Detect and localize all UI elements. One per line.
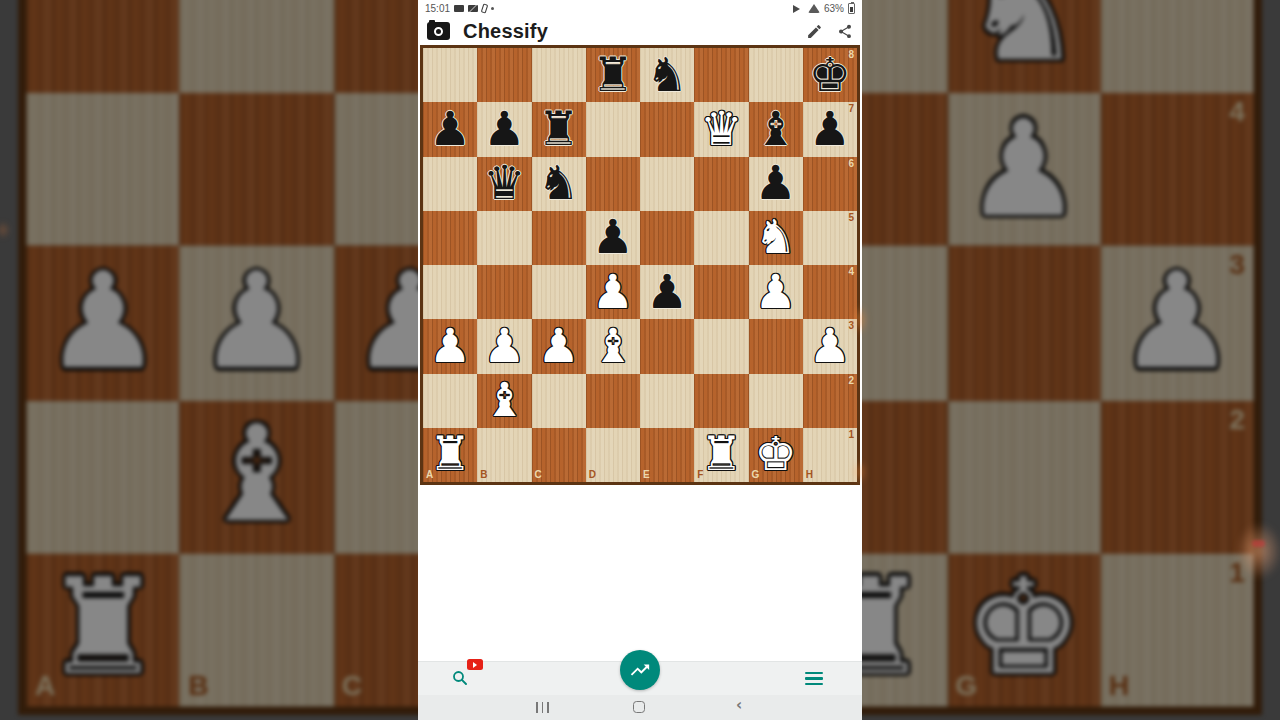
piece-white-p-a3: ♟ — [429, 322, 471, 369]
piece-white-k-g1: ♚ — [964, 561, 1083, 694]
square-e2[interactable] — [640, 374, 694, 428]
square-g3[interactable] — [749, 319, 803, 373]
app-bar: Chessify — [418, 17, 862, 45]
square-c8[interactable] — [532, 48, 586, 102]
square-g1[interactable]: ♚G — [749, 428, 803, 482]
square-c4[interactable] — [532, 265, 586, 319]
square-f5[interactable] — [694, 211, 748, 265]
clock-text: 15:01 — [425, 3, 450, 14]
square-d6[interactable] — [586, 157, 640, 211]
menu-button[interactable] — [805, 672, 823, 685]
piece-white-r-f1: ♜ — [700, 430, 742, 477]
app-title: Chessify — [463, 20, 548, 43]
piece-black-q-b6: ♛ — [483, 159, 525, 206]
piece-black-p-a7: ♟ — [429, 105, 471, 152]
square-b1: B — [180, 553, 333, 706]
rank-label-5: 5 — [848, 213, 854, 223]
square-h5[interactable]: 5 — [803, 211, 857, 265]
square-a5[interactable] — [423, 211, 477, 265]
square-e8[interactable]: ♞ — [640, 48, 694, 102]
square-c1[interactable]: C — [532, 428, 586, 482]
battery-icon — [848, 3, 855, 14]
analysis-fab-button[interactable] — [620, 650, 660, 690]
square-a2 — [26, 400, 179, 553]
square-d3[interactable]: ♝ — [586, 319, 640, 373]
square-a1[interactable]: ♜A — [423, 428, 477, 482]
square-h2: 2 — [1100, 400, 1253, 553]
square-h5: 5 — [1100, 0, 1253, 93]
square-d5[interactable]: ♟ — [586, 211, 640, 265]
battery-percent-text: 63% — [824, 3, 844, 14]
square-a4 — [26, 93, 179, 246]
square-b2[interactable]: ♝ — [477, 374, 531, 428]
vibrate-icon — [481, 3, 489, 13]
square-a5 — [26, 0, 179, 93]
wifi-icon — [808, 4, 820, 13]
piece-white-p-d4: ♟ — [592, 268, 634, 315]
android-nav-bar: ‹ — [418, 695, 862, 720]
camera-icon[interactable] — [427, 22, 450, 40]
piece-white-p-g4: ♟ — [964, 100, 1083, 233]
phone-screenshot: 15:01 63% Chessify ♜♞♚8♟♟♜♛♝♟7♛♞ — [418, 0, 862, 720]
square-c7[interactable]: ♜ — [532, 102, 586, 156]
mail-notification-icon — [468, 5, 478, 12]
square-f2[interactable] — [694, 374, 748, 428]
square-g1: ♚G — [947, 553, 1100, 706]
square-b6[interactable]: ♛ — [477, 157, 531, 211]
file-label-C: C — [535, 470, 542, 480]
square-a2[interactable] — [423, 374, 477, 428]
share-icon — [837, 23, 853, 40]
square-h8[interactable]: ♚8 — [803, 48, 857, 102]
piece-white-b-b2: ♝ — [197, 407, 316, 540]
file-label-G: G — [752, 470, 760, 480]
piece-black-r-d8: ♜ — [592, 51, 634, 98]
square-b1[interactable]: B — [477, 428, 531, 482]
file-label-B: B — [480, 470, 487, 480]
square-h2[interactable]: 2 — [803, 374, 857, 428]
square-c6[interactable]: ♞ — [532, 157, 586, 211]
square-a1: ♜A — [26, 553, 179, 706]
youtube-icon[interactable] — [467, 659, 483, 670]
square-h4: 4 — [1100, 93, 1253, 246]
square-g5[interactable]: ♞ — [749, 211, 803, 265]
square-h3[interactable]: ♟3 — [803, 319, 857, 373]
piece-black-k-h8: ♚ — [809, 51, 851, 98]
square-a3: ♟ — [26, 246, 179, 399]
square-c5[interactable] — [532, 211, 586, 265]
square-g7[interactable]: ♝ — [749, 102, 803, 156]
rank-label-7: 7 — [848, 104, 854, 114]
piece-black-p-d5: ♟ — [592, 213, 634, 260]
square-h7[interactable]: ♟7 — [803, 102, 857, 156]
square-b4[interactable] — [477, 265, 531, 319]
piece-white-p-h3: ♟ — [1117, 254, 1236, 387]
piece-white-q-f7: ♛ — [700, 105, 742, 152]
square-g2[interactable] — [749, 374, 803, 428]
square-e5[interactable] — [640, 211, 694, 265]
piece-black-p-g6: ♟ — [755, 159, 797, 206]
piece-white-p-a3: ♟ — [44, 254, 163, 387]
square-f7[interactable]: ♛ — [694, 102, 748, 156]
square-b3[interactable]: ♟ — [477, 319, 531, 373]
square-g4[interactable]: ♟ — [749, 265, 803, 319]
content-area — [418, 485, 862, 661]
piece-white-n-g5: ♞ — [964, 0, 1083, 80]
rank-label-4: 4 — [1229, 99, 1245, 127]
bottom-toolbar — [418, 661, 862, 695]
piece-white-p-b3: ♟ — [197, 254, 316, 387]
file-label-C: C — [342, 673, 362, 701]
piece-white-k-g1: ♚ — [755, 430, 797, 477]
square-g6[interactable]: ♟ — [749, 157, 803, 211]
square-f8[interactable] — [694, 48, 748, 102]
square-h1: 1H — [1100, 553, 1253, 706]
rank-label-2: 2 — [848, 376, 854, 386]
piece-black-p-h7: ♟ — [809, 105, 851, 152]
chess-board: ♜♞♚8♟♟♜♛♝♟7♛♞♟6♟♞5♟♟♟4♟♟♟♝♟3♝2♜ABCDE♜F♚G… — [420, 45, 860, 485]
square-h4[interactable]: 4 — [803, 265, 857, 319]
square-a8[interactable] — [423, 48, 477, 102]
file-label-A: A — [426, 470, 433, 480]
status-bar: 15:01 63% — [418, 0, 862, 17]
rank-label-3: 3 — [1229, 252, 1245, 280]
square-h1[interactable]: 1H — [803, 428, 857, 482]
piece-white-p-b3: ♟ — [483, 322, 525, 369]
square-a7[interactable]: ♟ — [423, 102, 477, 156]
square-e6[interactable] — [640, 157, 694, 211]
rank-label-1: 1 — [848, 430, 854, 440]
square-b7[interactable]: ♟ — [477, 102, 531, 156]
piece-black-n-e8: ♞ — [646, 51, 688, 98]
file-label-F: F — [697, 470, 703, 480]
video-notification-icon — [454, 5, 464, 12]
piece-black-b-g7: ♝ — [755, 105, 797, 152]
trending-up-icon — [629, 659, 651, 681]
piece-black-p-e4: ♟ — [646, 268, 688, 315]
piece-white-r-a1: ♜ — [44, 561, 163, 694]
piece-white-p-c3: ♟ — [538, 322, 580, 369]
file-label-E: E — [643, 470, 650, 480]
rank-label-6: 6 — [848, 159, 854, 169]
rank-label-1: 1 — [1229, 559, 1245, 587]
square-b4 — [180, 93, 333, 246]
square-c2[interactable] — [532, 374, 586, 428]
search-button[interactable] — [451, 669, 469, 687]
square-b3: ♟ — [180, 246, 333, 399]
square-e4[interactable]: ♟ — [640, 265, 694, 319]
mute-icon — [793, 5, 804, 13]
square-g3 — [947, 246, 1100, 399]
square-e1[interactable]: E — [640, 428, 694, 482]
piece-black-p-b7: ♟ — [483, 105, 525, 152]
square-a6[interactable] — [423, 157, 477, 211]
file-label-G: G — [955, 673, 977, 701]
edit-button[interactable] — [806, 23, 823, 40]
square-f1[interactable]: ♜F — [694, 428, 748, 482]
rank-label-8: 8 — [848, 50, 854, 60]
square-f4[interactable] — [694, 265, 748, 319]
piece-white-b-b2: ♝ — [483, 376, 525, 423]
square-f3[interactable] — [694, 319, 748, 373]
home-button[interactable] — [633, 701, 645, 713]
square-e3[interactable] — [640, 319, 694, 373]
piece-black-n-c6: ♞ — [538, 159, 580, 206]
file-label-H: H — [806, 470, 813, 480]
piece-white-b-d3: ♝ — [592, 322, 634, 369]
square-g2 — [947, 400, 1100, 553]
file-label-A: A — [35, 673, 55, 701]
back-button[interactable]: ‹ — [736, 696, 742, 714]
square-f6[interactable] — [694, 157, 748, 211]
square-d7[interactable] — [586, 102, 640, 156]
rank-label-4: 4 — [848, 267, 854, 277]
square-b5 — [180, 0, 333, 93]
share-button[interactable] — [837, 23, 853, 40]
square-h3: ♟3 — [1100, 246, 1253, 399]
rank-label-2: 2 — [1229, 405, 1245, 433]
piece-white-p-h3: ♟ — [809, 322, 851, 369]
square-d2[interactable] — [586, 374, 640, 428]
compression-artifact — [0, 222, 9, 238]
square-c3[interactable]: ♟ — [532, 319, 586, 373]
square-d4[interactable]: ♟ — [586, 265, 640, 319]
square-d8[interactable]: ♜ — [586, 48, 640, 102]
square-g5: ♞ — [947, 0, 1100, 93]
square-b5[interactable] — [477, 211, 531, 265]
file-label-B: B — [188, 673, 208, 701]
square-a4[interactable] — [423, 265, 477, 319]
square-d1[interactable]: D — [586, 428, 640, 482]
magnifier-icon — [451, 669, 469, 687]
rank-label-3: 3 — [848, 321, 854, 331]
piece-white-r-a1: ♜ — [429, 430, 471, 477]
file-label-H: H — [1109, 673, 1129, 701]
square-e7[interactable] — [640, 102, 694, 156]
square-h6[interactable]: 6 — [803, 157, 857, 211]
pencil-icon — [806, 23, 823, 40]
square-a3[interactable]: ♟ — [423, 319, 477, 373]
square-b8[interactable] — [477, 48, 531, 102]
square-g8[interactable] — [749, 48, 803, 102]
recents-button[interactable] — [536, 702, 549, 713]
square-b2: ♝ — [180, 400, 333, 553]
piece-white-p-g4: ♟ — [755, 268, 797, 315]
piece-white-n-g5: ♞ — [755, 213, 797, 260]
dot-icon — [491, 7, 494, 10]
piece-black-r-c7: ♜ — [538, 105, 580, 152]
square-g4: ♟ — [947, 93, 1100, 246]
file-label-D: D — [589, 470, 596, 480]
